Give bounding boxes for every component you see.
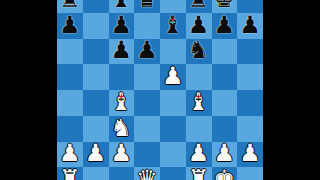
white-pawn-piece: ♟ <box>85 141 107 165</box>
square-d3[interactable] <box>134 116 160 142</box>
square-f6[interactable]: ♞ <box>186 39 212 65</box>
square-b6[interactable] <box>83 39 109 65</box>
white-bishop-piece: ♝ <box>188 90 210 114</box>
square-c5[interactable] <box>109 64 135 90</box>
white-pawn-piece: ♟ <box>111 141 133 165</box>
square-c6[interactable]: ♟ <box>109 39 135 65</box>
square-b8[interactable] <box>83 0 109 13</box>
square-c1[interactable] <box>109 167 135 180</box>
square-f4[interactable]: ♝+ <box>186 90 212 116</box>
square-f5[interactable] <box>186 64 212 90</box>
square-d8[interactable]: ♛ <box>134 0 160 13</box>
square-a3[interactable] <box>57 116 83 142</box>
black-bishop-piece: ♝ <box>162 13 184 37</box>
square-g2[interactable]: ♟ <box>212 142 238 168</box>
black-pawn-piece: ♟ <box>239 13 261 37</box>
black-rook-piece: ♜ <box>188 0 210 11</box>
white-bishop-piece: ♝ <box>111 90 133 114</box>
square-a4[interactable] <box>57 90 83 116</box>
black-king-piece: ♚ <box>214 0 236 11</box>
white-queen-piece: ♛ <box>136 167 158 180</box>
white-pawn-piece: ♟ <box>188 141 210 165</box>
black-pawn-piece: ♟ <box>111 13 133 37</box>
square-a7[interactable]: ♟ <box>57 13 83 39</box>
square-e5[interactable]: ♟ <box>160 64 186 90</box>
square-d2[interactable] <box>134 142 160 168</box>
black-pawn-piece: ♟ <box>111 38 133 62</box>
square-c4[interactable]: ♝+ <box>109 90 135 116</box>
square-c2[interactable]: ♟ <box>109 142 135 168</box>
square-g7[interactable]: ♟ <box>212 13 238 39</box>
square-d6[interactable]: ♟ <box>134 39 160 65</box>
letterbox-right-bar <box>263 0 320 180</box>
square-b3[interactable] <box>83 116 109 142</box>
white-pawn-piece: ♟ <box>162 64 184 88</box>
square-h3[interactable] <box>237 116 263 142</box>
square-d7[interactable] <box>134 13 160 39</box>
square-a1[interactable]: ♜ <box>57 167 83 180</box>
black-pawn-piece: ♟ <box>214 13 236 37</box>
square-g1[interactable]: ♚ <box>212 167 238 180</box>
white-rook-piece: ♜ <box>59 167 81 180</box>
square-e1[interactable] <box>160 167 186 180</box>
square-d5[interactable] <box>134 64 160 90</box>
square-b2[interactable]: ♟ <box>83 142 109 168</box>
square-d1[interactable]: ♛ <box>134 167 160 180</box>
square-a6[interactable] <box>57 39 83 65</box>
square-g3[interactable] <box>212 116 238 142</box>
square-b5[interactable] <box>83 64 109 90</box>
square-e2[interactable] <box>160 142 186 168</box>
square-e6[interactable] <box>160 39 186 65</box>
square-c7[interactable]: ♟ <box>109 13 135 39</box>
black-bishop-piece: ♝ <box>111 0 133 11</box>
square-b7[interactable] <box>83 13 109 39</box>
square-a5[interactable] <box>57 64 83 90</box>
square-e7[interactable]: ♝+ <box>160 13 186 39</box>
square-g4[interactable] <box>212 90 238 116</box>
square-a2[interactable]: ♟ <box>57 142 83 168</box>
black-rook-piece: ♜ <box>59 0 81 11</box>
square-h5[interactable] <box>237 64 263 90</box>
square-g6[interactable] <box>212 39 238 65</box>
square-f2[interactable]: ♟ <box>186 142 212 168</box>
square-h7[interactable]: ♟ <box>237 13 263 39</box>
square-g5[interactable] <box>212 64 238 90</box>
square-h2[interactable]: ♟ <box>237 142 263 168</box>
square-e4[interactable] <box>160 90 186 116</box>
black-knight-piece: ♞ <box>188 38 210 62</box>
square-f1[interactable]: ♜ <box>186 167 212 180</box>
square-c3[interactable]: ♞ <box>109 116 135 142</box>
square-b4[interactable] <box>83 90 109 116</box>
black-pawn-piece: ♟ <box>188 13 210 37</box>
square-e3[interactable] <box>160 116 186 142</box>
square-h4[interactable] <box>237 90 263 116</box>
black-pawn-piece: ♟ <box>136 38 158 62</box>
video-frame: ♜♝+♛♜♚♟♟♝+♟♟♟♟♟♞♟♝+♝+♞♟♟♟♟♟♟♜♛♜♚ <box>0 0 320 180</box>
white-pawn-piece: ♟ <box>239 141 261 165</box>
black-pawn-piece: ♟ <box>59 13 81 37</box>
square-f3[interactable] <box>186 116 212 142</box>
chess-board: ♜♝+♛♜♚♟♟♝+♟♟♟♟♟♞♟♝+♝+♞♟♟♟♟♟♟♜♛♜♚ <box>57 0 263 180</box>
black-queen-piece: ♛ <box>136 0 158 11</box>
white-rook-piece: ♜ <box>188 167 210 180</box>
white-pawn-piece: ♟ <box>59 141 81 165</box>
letterbox-left-bar <box>0 0 57 180</box>
white-king-piece: ♚ <box>214 167 236 180</box>
square-h6[interactable] <box>237 39 263 65</box>
square-h1[interactable] <box>237 167 263 180</box>
white-knight-piece: ♞ <box>111 116 133 140</box>
square-f7[interactable]: ♟ <box>186 13 212 39</box>
square-d4[interactable] <box>134 90 160 116</box>
white-pawn-piece: ♟ <box>214 141 236 165</box>
square-b1[interactable] <box>83 167 109 180</box>
